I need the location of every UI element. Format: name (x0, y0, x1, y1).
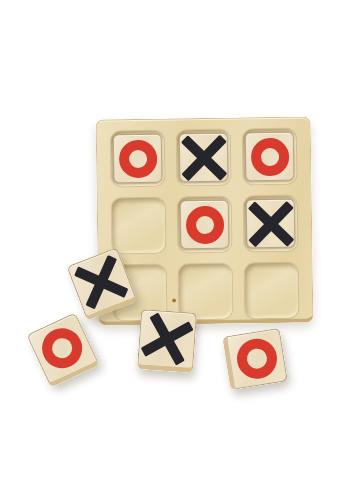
board-cell-r2c1[interactable] (112, 198, 166, 254)
x-glyph (138, 310, 196, 368)
o-glyph (250, 137, 289, 176)
loose-tile-x-front-center[interactable] (137, 309, 197, 373)
loose-tile-o-front-left[interactable] (26, 312, 99, 387)
board-cell-r3c2[interactable] (179, 264, 233, 320)
scene: Wooden tic-tac-toe (noughts and crosses)… (0, 0, 357, 500)
tile-x[interactable] (179, 133, 229, 183)
board-cell-r1c3[interactable] (243, 129, 297, 185)
loose-tile-o-front-right[interactable] (222, 328, 288, 390)
board-cell-r1c2[interactable] (177, 130, 231, 186)
tile-o[interactable] (245, 132, 295, 182)
scene-title: Wooden tic-tac-toe (noughts and crosses)… (0, 0, 1, 1)
tile-o[interactable] (113, 134, 163, 184)
o-glyph (234, 336, 280, 382)
o-glyph (185, 205, 224, 244)
board-cell-r1c1[interactable] (111, 131, 165, 187)
board-cell-r2c2[interactable] (178, 197, 232, 253)
o-glyph (118, 139, 157, 178)
x-glyph (180, 134, 228, 182)
x-glyph (247, 200, 295, 248)
tile-o[interactable] (180, 200, 230, 250)
board-cell-r2c3[interactable] (244, 196, 298, 252)
o-glyph (36, 322, 89, 375)
tile-x[interactable] (246, 199, 296, 249)
board-cell-r3c3[interactable] (245, 263, 299, 319)
wood-knot (172, 298, 176, 302)
